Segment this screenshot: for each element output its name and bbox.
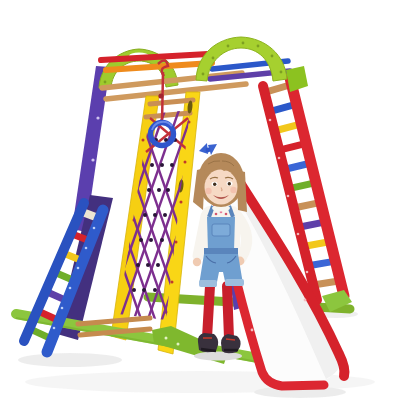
hair-bow bbox=[199, 143, 217, 155]
left-hand bbox=[193, 258, 201, 266]
play-gym-photo bbox=[0, 0, 400, 400]
left-leg-red-tights bbox=[207, 286, 210, 338]
child bbox=[193, 143, 247, 361]
right-cheek bbox=[230, 187, 236, 193]
right-ladder-top-bracket bbox=[286, 66, 308, 92]
child-shadow bbox=[194, 352, 242, 361]
left-cheek bbox=[205, 188, 211, 194]
left-eye bbox=[213, 183, 216, 186]
bib-pocket bbox=[212, 224, 230, 236]
right-leg-red-tights bbox=[227, 286, 229, 338]
right-eye bbox=[228, 182, 231, 185]
photo-canvas bbox=[0, 0, 400, 400]
